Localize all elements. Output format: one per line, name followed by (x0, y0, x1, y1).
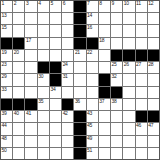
cell[interactable] (111, 123, 122, 134)
cell[interactable]: 32 (111, 74, 122, 85)
black-cell (13, 99, 24, 110)
cell[interactable]: 12 (148, 1, 159, 12)
cell[interactable] (50, 148, 61, 159)
cell[interactable] (148, 148, 159, 159)
cell[interactable]: 3 (25, 1, 36, 12)
clue-number: 21 (75, 50, 80, 55)
crossword-board: 1234567891011121314151617181920212223242… (0, 0, 160, 160)
cell[interactable] (111, 13, 122, 24)
cell[interactable] (38, 13, 49, 24)
cell[interactable] (111, 136, 122, 147)
clue-number: 35 (38, 99, 43, 104)
clue-number: 46 (136, 123, 141, 128)
cell[interactable] (25, 13, 36, 24)
clue-number: 22 (87, 50, 92, 55)
black-cell (13, 38, 24, 49)
cell[interactable]: 15 (1, 25, 12, 36)
black-cell (74, 38, 85, 49)
cell[interactable] (87, 62, 98, 73)
cell[interactable]: 41 (25, 111, 36, 122)
cell[interactable] (62, 123, 73, 134)
cell[interactable] (62, 25, 73, 36)
clue-number: 51 (87, 148, 92, 153)
cell[interactable] (38, 25, 49, 36)
clue-number: 18 (99, 38, 104, 43)
cell[interactable] (99, 136, 110, 147)
cell[interactable] (25, 136, 36, 147)
cell[interactable] (136, 136, 147, 147)
cell[interactable] (87, 99, 98, 110)
black-cell (99, 74, 110, 85)
black-cell (25, 99, 36, 110)
cell[interactable] (50, 13, 61, 24)
cell[interactable] (111, 148, 122, 159)
clue-number: 27 (136, 62, 141, 67)
cell[interactable] (50, 136, 61, 147)
cell[interactable] (111, 111, 122, 122)
black-cell (1, 99, 12, 110)
cell[interactable] (123, 74, 134, 85)
clue-number: 31 (63, 74, 68, 79)
cell[interactable] (62, 38, 73, 49)
clue-number: 2 (14, 1, 16, 6)
clue-number: 4 (38, 1, 40, 6)
clue-number: 45 (87, 123, 92, 128)
black-cell (74, 1, 85, 12)
clue-number: 48 (2, 136, 7, 141)
cell[interactable] (123, 13, 134, 24)
cell[interactable] (111, 25, 122, 36)
cell[interactable] (136, 99, 147, 110)
cell[interactable]: 50 (1, 148, 12, 159)
black-cell (99, 87, 110, 98)
cell[interactable]: 4 (38, 1, 49, 12)
cell[interactable] (123, 87, 134, 98)
cell[interactable]: 26 (123, 62, 134, 73)
cell[interactable] (13, 123, 24, 134)
clue-number: 42 (63, 111, 68, 116)
clue-number: 23 (2, 62, 7, 67)
clue-number: 29 (2, 74, 7, 79)
clue-number: 47 (148, 123, 153, 128)
cell[interactable] (99, 62, 110, 73)
clue-number: 24 (63, 62, 68, 67)
cell[interactable]: 1 (1, 1, 12, 12)
cell[interactable]: 18 (99, 38, 110, 49)
cell[interactable]: 33 (1, 87, 12, 98)
cell[interactable] (62, 50, 73, 61)
cell[interactable]: 31 (62, 74, 73, 85)
cell[interactable]: 6 (62, 1, 73, 12)
cell[interactable]: 42 (62, 111, 73, 122)
black-cell (74, 136, 85, 147)
cell[interactable] (13, 87, 24, 98)
cell[interactable]: 2 (13, 1, 24, 12)
cell[interactable]: 13 (1, 13, 12, 24)
cell[interactable]: 40 (13, 111, 24, 122)
clue-number: 11 (136, 1, 141, 6)
cell[interactable]: 14 (87, 13, 98, 24)
black-cell (136, 50, 147, 61)
black-cell (62, 99, 73, 110)
cell[interactable] (99, 25, 110, 36)
cell[interactable] (13, 74, 24, 85)
cell[interactable] (25, 62, 36, 73)
cell[interactable] (38, 136, 49, 147)
cell[interactable] (50, 123, 61, 134)
cell[interactable]: 9 (111, 1, 122, 12)
cell[interactable]: 47 (148, 123, 159, 134)
cell[interactable] (25, 25, 36, 36)
cell[interactable] (13, 25, 24, 36)
cell[interactable] (148, 13, 159, 24)
crossword-puzzle: 1234567891011121314151617181920212223242… (0, 0, 160, 160)
cell[interactable]: 35 (38, 99, 49, 110)
cell[interactable] (25, 148, 36, 159)
cell[interactable]: 39 (1, 111, 12, 122)
cell[interactable]: 16 (87, 25, 98, 36)
cell[interactable] (38, 50, 49, 61)
cell[interactable] (74, 87, 85, 98)
cell[interactable] (99, 13, 110, 24)
cell[interactable] (99, 123, 110, 134)
cell[interactable]: 29 (1, 74, 12, 85)
cell[interactable]: 21 (74, 50, 85, 61)
clue-number: 16 (87, 25, 92, 30)
cell[interactable] (123, 123, 134, 134)
cell[interactable] (123, 38, 134, 49)
black-cell (111, 50, 122, 61)
cell[interactable]: 49 (87, 136, 98, 147)
cell[interactable] (148, 74, 159, 85)
cell[interactable] (13, 13, 24, 24)
cell[interactable]: 43 (87, 111, 98, 122)
cell[interactable] (13, 136, 24, 147)
cell[interactable] (148, 136, 159, 147)
clue-number: 13 (2, 13, 7, 18)
cell[interactable]: 20 (13, 50, 24, 61)
cell[interactable] (25, 123, 36, 134)
cell[interactable]: 22 (87, 50, 98, 61)
cell[interactable] (62, 148, 73, 159)
black-cell (74, 25, 85, 36)
clue-number: 12 (148, 1, 153, 6)
clue-number: 17 (26, 38, 31, 43)
cell[interactable] (99, 50, 110, 61)
cell[interactable]: 48 (1, 136, 12, 147)
black-cell (87, 38, 98, 49)
clue-number: 8 (99, 1, 101, 6)
cell[interactable] (62, 136, 73, 147)
cell[interactable] (87, 87, 98, 98)
cell[interactable] (99, 148, 110, 159)
cell[interactable] (148, 99, 159, 110)
cell[interactable] (111, 38, 122, 49)
cell[interactable]: 23 (1, 62, 12, 73)
cell[interactable] (38, 148, 49, 159)
clue-number: 43 (87, 111, 92, 116)
black-cell (123, 50, 134, 61)
black-cell (50, 74, 61, 85)
cell[interactable] (123, 136, 134, 147)
cell[interactable] (62, 87, 73, 98)
clue-number: 19 (2, 50, 7, 55)
cell[interactable] (13, 62, 24, 73)
clue-number: 49 (87, 136, 92, 141)
cell[interactable] (13, 148, 24, 159)
clue-number: 34 (50, 87, 55, 92)
clue-number: 32 (112, 74, 117, 79)
black-cell (136, 111, 147, 122)
cell[interactable] (50, 99, 61, 110)
cell[interactable] (25, 74, 36, 85)
cell[interactable]: 25 (111, 62, 122, 73)
cell[interactable]: 27 (136, 62, 147, 73)
cell[interactable] (123, 99, 134, 110)
clue-number: 40 (14, 111, 19, 116)
clue-number: 3 (26, 1, 28, 6)
clue-number: 15 (2, 25, 7, 30)
cell[interactable] (148, 25, 159, 36)
clue-number: 37 (99, 99, 104, 104)
cell[interactable]: 8 (99, 1, 110, 12)
cell[interactable] (38, 38, 49, 49)
cell[interactable]: 28 (148, 62, 159, 73)
cell[interactable]: 46 (136, 123, 147, 134)
clue-number: 38 (112, 99, 117, 104)
cell[interactable] (38, 87, 49, 98)
clue-number: 30 (38, 74, 43, 79)
clue-number: 20 (14, 50, 19, 55)
cell[interactable] (74, 62, 85, 73)
cell[interactable] (25, 50, 36, 61)
black-cell (148, 50, 159, 61)
clue-number: 26 (124, 62, 129, 67)
black-cell (74, 13, 85, 24)
cell[interactable] (148, 38, 159, 49)
cell[interactable]: 45 (87, 123, 98, 134)
cell[interactable] (123, 148, 134, 159)
cell[interactable]: 24 (62, 62, 73, 73)
clue-number: 7 (87, 1, 89, 6)
cell[interactable] (123, 111, 134, 122)
black-cell (50, 62, 61, 73)
clue-number: 36 (75, 99, 80, 104)
clue-number: 1 (2, 1, 4, 6)
clue-number: 9 (112, 1, 114, 6)
cell[interactable]: 5 (50, 1, 61, 12)
clue-number: 39 (2, 111, 7, 116)
black-cell (38, 62, 49, 73)
cell[interactable]: 38 (111, 99, 122, 110)
cell[interactable] (99, 111, 110, 122)
cell[interactable] (38, 123, 49, 134)
clue-number: 5 (50, 1, 52, 6)
cell[interactable] (50, 111, 61, 122)
cell[interactable] (136, 87, 147, 98)
black-cell (74, 111, 85, 122)
cell[interactable] (74, 74, 85, 85)
cell[interactable]: 36 (74, 99, 85, 110)
cell[interactable] (136, 13, 147, 24)
cell[interactable]: 37 (99, 99, 110, 110)
cell[interactable] (136, 25, 147, 36)
cell[interactable]: 17 (25, 38, 36, 49)
black-cell (74, 123, 85, 134)
cell[interactable]: 44 (1, 123, 12, 134)
cell[interactable] (50, 25, 61, 36)
cell[interactable] (62, 13, 73, 24)
black-cell (1, 38, 12, 49)
cell[interactable] (38, 111, 49, 122)
clue-number: 44 (2, 123, 7, 128)
clue-number: 50 (2, 148, 7, 153)
clue-number: 41 (26, 111, 31, 116)
cell[interactable] (50, 50, 61, 61)
cell[interactable] (25, 87, 36, 98)
black-cell (111, 87, 122, 98)
cell[interactable]: 11 (136, 1, 147, 12)
clue-number: 14 (87, 13, 92, 18)
clue-number: 33 (2, 87, 7, 92)
clue-number: 6 (63, 1, 65, 6)
cell[interactable] (87, 74, 98, 85)
cell[interactable]: 51 (87, 148, 98, 159)
cell[interactable]: 19 (1, 50, 12, 61)
cell[interactable]: 7 (87, 1, 98, 12)
cell[interactable] (136, 38, 147, 49)
cell[interactable] (136, 74, 147, 85)
clue-number: 28 (148, 62, 153, 67)
cell[interactable]: 10 (123, 1, 134, 12)
cell[interactable] (123, 25, 134, 36)
cell[interactable] (50, 38, 61, 49)
cell[interactable] (148, 87, 159, 98)
cell[interactable] (136, 148, 147, 159)
cell[interactable]: 34 (50, 87, 61, 98)
clue-number: 10 (124, 1, 129, 6)
black-cell (74, 148, 85, 159)
clue-number: 25 (112, 62, 117, 67)
black-cell (148, 111, 159, 122)
cell[interactable]: 30 (38, 74, 49, 85)
